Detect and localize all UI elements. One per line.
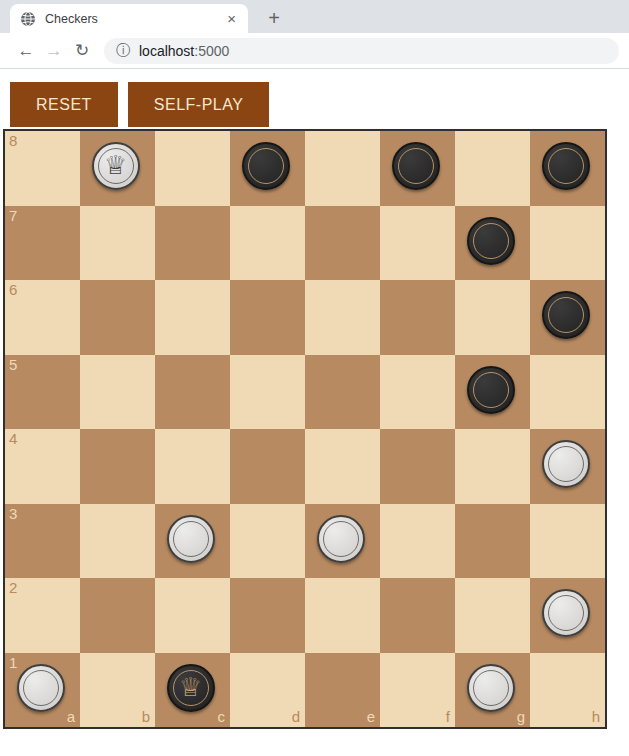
- browser-tab-checkers[interactable]: Checkers ×: [10, 4, 248, 33]
- tab-close-icon[interactable]: ×: [223, 10, 240, 27]
- file-label-h: h: [592, 709, 600, 724]
- square-d7[interactable]: [230, 206, 305, 281]
- square-d4[interactable]: [230, 429, 305, 504]
- square-a7[interactable]: 7: [5, 206, 80, 281]
- square-f6[interactable]: [380, 280, 455, 355]
- square-e8[interactable]: [305, 131, 380, 206]
- square-f4[interactable]: [380, 429, 455, 504]
- square-a3[interactable]: 3: [5, 504, 80, 579]
- square-h5[interactable]: [530, 355, 605, 430]
- file-label-g: g: [517, 709, 525, 724]
- rank-label-8: 8: [9, 133, 17, 148]
- piece-black-man[interactable]: [542, 291, 590, 339]
- square-b2[interactable]: [80, 578, 155, 653]
- piece-white-man[interactable]: [317, 515, 365, 563]
- piece-white-king[interactable]: ♕: [92, 142, 140, 190]
- url-text: localhost:5000: [139, 43, 229, 59]
- rank-label-5: 5: [9, 357, 17, 372]
- square-c7[interactable]: [155, 206, 230, 281]
- piece-white-man[interactable]: [467, 664, 515, 712]
- square-d5[interactable]: [230, 355, 305, 430]
- square-f5[interactable]: [380, 355, 455, 430]
- piece-white-man[interactable]: [542, 589, 590, 637]
- square-b4[interactable]: [80, 429, 155, 504]
- square-a5[interactable]: 5: [5, 355, 80, 430]
- square-c3[interactable]: [155, 504, 230, 579]
- square-d8[interactable]: [230, 131, 305, 206]
- square-c1[interactable]: c♕: [155, 653, 230, 728]
- square-h1[interactable]: h: [530, 653, 605, 728]
- square-f3[interactable]: [380, 504, 455, 579]
- square-g4[interactable]: [455, 429, 530, 504]
- square-f7[interactable]: [380, 206, 455, 281]
- square-a8[interactable]: 8: [5, 131, 80, 206]
- forward-icon[interactable]: →: [40, 41, 68, 61]
- back-icon[interactable]: ←: [12, 41, 40, 61]
- file-label-f: f: [446, 709, 450, 724]
- game-controls: RESET SELF-PLAY: [10, 82, 629, 127]
- piece-white-man[interactable]: [542, 440, 590, 488]
- rank-label-3: 3: [9, 506, 17, 521]
- square-b3[interactable]: [80, 504, 155, 579]
- square-g7[interactable]: [455, 206, 530, 281]
- square-g5[interactable]: [455, 355, 530, 430]
- selfplay-button[interactable]: SELF-PLAY: [128, 82, 270, 127]
- square-c8[interactable]: [155, 131, 230, 206]
- square-d3[interactable]: [230, 504, 305, 579]
- url-port: :5000: [194, 43, 229, 59]
- square-c2[interactable]: [155, 578, 230, 653]
- square-e7[interactable]: [305, 206, 380, 281]
- globe-icon: [20, 11, 36, 27]
- square-c6[interactable]: [155, 280, 230, 355]
- square-f8[interactable]: [380, 131, 455, 206]
- rank-label-6: 6: [9, 282, 17, 297]
- square-f1[interactable]: f: [380, 653, 455, 728]
- square-b8[interactable]: ♕: [80, 131, 155, 206]
- board: 8♕7654321abc♕defgh: [3, 129, 607, 729]
- square-b6[interactable]: [80, 280, 155, 355]
- file-label-a: a: [67, 709, 75, 724]
- square-g6[interactable]: [455, 280, 530, 355]
- square-d2[interactable]: [230, 578, 305, 653]
- rank-label-2: 2: [9, 580, 17, 595]
- piece-white-man[interactable]: [167, 515, 215, 563]
- piece-white-man[interactable]: [17, 664, 65, 712]
- page-info-icon[interactable]: ⓘ: [116, 42, 130, 60]
- piece-black-man[interactable]: [467, 366, 515, 414]
- tab-strip: Checkers × +: [0, 0, 629, 33]
- new-tab-button[interactable]: +: [262, 7, 286, 29]
- piece-black-man[interactable]: [392, 142, 440, 190]
- square-g3[interactable]: [455, 504, 530, 579]
- king-crown-icon: ♕: [179, 674, 202, 700]
- piece-black-king[interactable]: ♕: [167, 664, 215, 712]
- square-e1[interactable]: e: [305, 653, 380, 728]
- square-c4[interactable]: [155, 429, 230, 504]
- square-g8[interactable]: [455, 131, 530, 206]
- square-e4[interactable]: [305, 429, 380, 504]
- square-d1[interactable]: d: [230, 653, 305, 728]
- square-a2[interactable]: 2: [5, 578, 80, 653]
- square-b1[interactable]: b: [80, 653, 155, 728]
- reset-button[interactable]: RESET: [10, 82, 118, 127]
- address-bar[interactable]: ⓘ localhost:5000: [104, 38, 619, 64]
- reload-icon[interactable]: ↻: [68, 40, 96, 61]
- square-h3[interactable]: [530, 504, 605, 579]
- square-e3[interactable]: [305, 504, 380, 579]
- square-g1[interactable]: g: [455, 653, 530, 728]
- square-b5[interactable]: [80, 355, 155, 430]
- square-h2[interactable]: [530, 578, 605, 653]
- square-f2[interactable]: [380, 578, 455, 653]
- square-e5[interactable]: [305, 355, 380, 430]
- square-d6[interactable]: [230, 280, 305, 355]
- king-crown-icon: ♕: [104, 152, 127, 178]
- file-label-c: c: [218, 709, 226, 724]
- file-label-d: d: [292, 709, 300, 724]
- browser-toolbar: ← → ↻ ⓘ localhost:5000: [0, 33, 629, 69]
- square-a6[interactable]: 6: [5, 280, 80, 355]
- rank-label-4: 4: [9, 431, 17, 446]
- piece-black-man[interactable]: [542, 142, 590, 190]
- square-a4[interactable]: 4: [5, 429, 80, 504]
- square-g2[interactable]: [455, 578, 530, 653]
- file-label-e: e: [367, 709, 375, 724]
- piece-black-man[interactable]: [467, 217, 515, 265]
- square-b7[interactable]: [80, 206, 155, 281]
- square-a1[interactable]: 1a: [5, 653, 80, 728]
- square-e6[interactable]: [305, 280, 380, 355]
- square-h8[interactable]: [530, 131, 605, 206]
- square-h4[interactable]: [530, 429, 605, 504]
- piece-black-man[interactable]: [242, 142, 290, 190]
- square-h7[interactable]: [530, 206, 605, 281]
- tab-title: Checkers: [45, 12, 223, 26]
- url-host: localhost: [139, 43, 194, 59]
- square-h6[interactable]: [530, 280, 605, 355]
- rank-label-1: 1: [9, 655, 17, 670]
- file-label-b: b: [142, 709, 150, 724]
- rank-label-7: 7: [9, 208, 17, 223]
- square-e2[interactable]: [305, 578, 380, 653]
- square-c5[interactable]: [155, 355, 230, 430]
